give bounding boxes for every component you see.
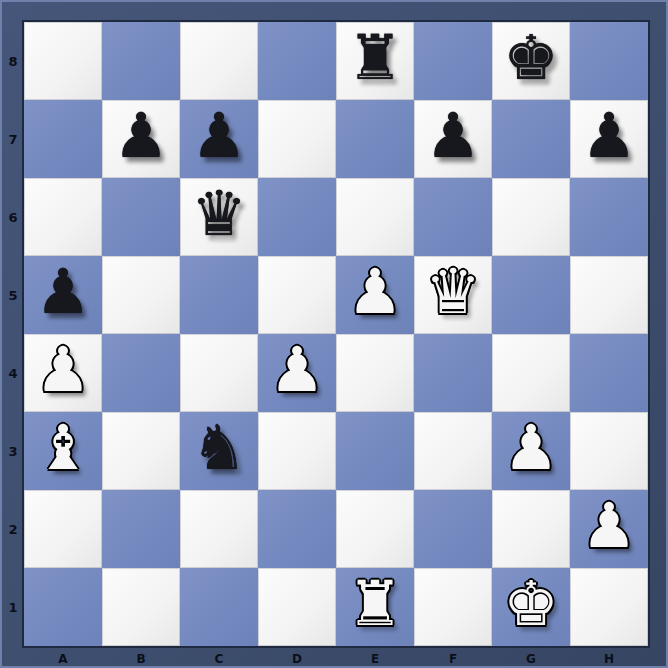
rank-label-5: 5 (2, 256, 24, 334)
file-label-h: H (570, 649, 648, 668)
rank-label-1: 1 (2, 568, 24, 646)
square-c2[interactable] (180, 490, 258, 568)
piece-white-pawn[interactable]: ♟ (347, 253, 403, 331)
square-c5[interactable] (180, 256, 258, 334)
square-h2[interactable]: ♟ (570, 490, 648, 568)
square-g5[interactable] (492, 256, 570, 334)
file-label-c: C (180, 649, 258, 668)
square-h7[interactable]: ♟ (570, 100, 648, 178)
rank-label-2: 2 (2, 490, 24, 568)
square-g6[interactable] (492, 178, 570, 256)
square-d1[interactable] (258, 568, 336, 646)
chess-board[interactable]: ♜♚♟♟♟♟♛♟♟♛♟♟♝♞♟♟♜♚ (24, 22, 648, 646)
square-h4[interactable] (570, 334, 648, 412)
square-f7[interactable]: ♟ (414, 100, 492, 178)
square-f1[interactable] (414, 568, 492, 646)
file-labels: ABCDEFGH (24, 649, 648, 668)
rank-label-3: 3 (2, 412, 24, 490)
square-e6[interactable] (336, 178, 414, 256)
square-h8[interactable] (570, 22, 648, 100)
square-a4[interactable]: ♟ (24, 334, 102, 412)
square-h5[interactable] (570, 256, 648, 334)
square-g3[interactable]: ♟ (492, 412, 570, 490)
square-d4[interactable]: ♟ (258, 334, 336, 412)
piece-black-rook[interactable]: ♜ (347, 19, 403, 97)
piece-white-pawn[interactable]: ♟ (503, 409, 559, 487)
piece-white-pawn[interactable]: ♟ (35, 331, 91, 409)
square-d5[interactable] (258, 256, 336, 334)
square-e4[interactable] (336, 334, 414, 412)
square-g8[interactable]: ♚ (492, 22, 570, 100)
piece-black-pawn[interactable]: ♟ (113, 97, 169, 175)
piece-white-rook[interactable]: ♜ (347, 565, 403, 643)
square-h3[interactable] (570, 412, 648, 490)
square-g2[interactable] (492, 490, 570, 568)
square-b4[interactable] (102, 334, 180, 412)
square-a2[interactable] (24, 490, 102, 568)
square-g7[interactable] (492, 100, 570, 178)
square-d8[interactable] (258, 22, 336, 100)
rank-labels: 87654321 (2, 22, 24, 646)
square-f6[interactable] (414, 178, 492, 256)
square-f8[interactable] (414, 22, 492, 100)
square-d2[interactable] (258, 490, 336, 568)
file-label-d: D (258, 649, 336, 668)
square-b5[interactable] (102, 256, 180, 334)
square-a5[interactable]: ♟ (24, 256, 102, 334)
square-c3[interactable]: ♞ (180, 412, 258, 490)
square-e3[interactable] (336, 412, 414, 490)
square-e1[interactable]: ♜ (336, 568, 414, 646)
square-d7[interactable] (258, 100, 336, 178)
piece-black-knight[interactable]: ♞ (191, 409, 247, 487)
piece-white-king[interactable]: ♚ (503, 565, 559, 643)
square-e5[interactable]: ♟ (336, 256, 414, 334)
square-a3[interactable]: ♝ (24, 412, 102, 490)
piece-white-queen[interactable]: ♛ (425, 253, 481, 331)
square-c6[interactable]: ♛ (180, 178, 258, 256)
piece-white-pawn[interactable]: ♟ (581, 487, 637, 565)
piece-black-king[interactable]: ♚ (503, 19, 559, 97)
square-b8[interactable] (102, 22, 180, 100)
square-d6[interactable] (258, 178, 336, 256)
square-f5[interactable]: ♛ (414, 256, 492, 334)
square-h1[interactable] (570, 568, 648, 646)
file-label-f: F (414, 649, 492, 668)
square-c7[interactable]: ♟ (180, 100, 258, 178)
square-b7[interactable]: ♟ (102, 100, 180, 178)
square-a1[interactable] (24, 568, 102, 646)
square-b1[interactable] (102, 568, 180, 646)
piece-white-bishop[interactable]: ♝ (35, 409, 91, 487)
file-label-g: G (492, 649, 570, 668)
file-label-b: B (102, 649, 180, 668)
square-f2[interactable] (414, 490, 492, 568)
piece-white-pawn[interactable]: ♟ (269, 331, 325, 409)
file-label-e: E (336, 649, 414, 668)
square-e2[interactable] (336, 490, 414, 568)
rank-label-4: 4 (2, 334, 24, 412)
square-c1[interactable] (180, 568, 258, 646)
rank-label-8: 8 (2, 22, 24, 100)
square-e7[interactable] (336, 100, 414, 178)
square-b2[interactable] (102, 490, 180, 568)
square-d3[interactable] (258, 412, 336, 490)
piece-black-pawn[interactable]: ♟ (425, 97, 481, 175)
rank-label-6: 6 (2, 178, 24, 256)
square-a6[interactable] (24, 178, 102, 256)
square-b6[interactable] (102, 178, 180, 256)
square-a7[interactable] (24, 100, 102, 178)
square-a8[interactable] (24, 22, 102, 100)
board-frame: 87654321 ♜♚♟♟♟♟♛♟♟♛♟♟♝♞♟♟♜♚ ABCDEFGH (0, 0, 668, 668)
square-f3[interactable] (414, 412, 492, 490)
square-h6[interactable] (570, 178, 648, 256)
file-label-a: A (24, 649, 102, 668)
square-c8[interactable] (180, 22, 258, 100)
rank-label-7: 7 (2, 100, 24, 178)
piece-black-queen[interactable]: ♛ (191, 175, 247, 253)
piece-black-pawn[interactable]: ♟ (191, 97, 247, 175)
piece-black-pawn[interactable]: ♟ (581, 97, 637, 175)
square-g1[interactable]: ♚ (492, 568, 570, 646)
square-e8[interactable]: ♜ (336, 22, 414, 100)
square-b3[interactable] (102, 412, 180, 490)
piece-black-pawn[interactable]: ♟ (35, 253, 91, 331)
square-c4[interactable] (180, 334, 258, 412)
square-g4[interactable] (492, 334, 570, 412)
square-f4[interactable] (414, 334, 492, 412)
